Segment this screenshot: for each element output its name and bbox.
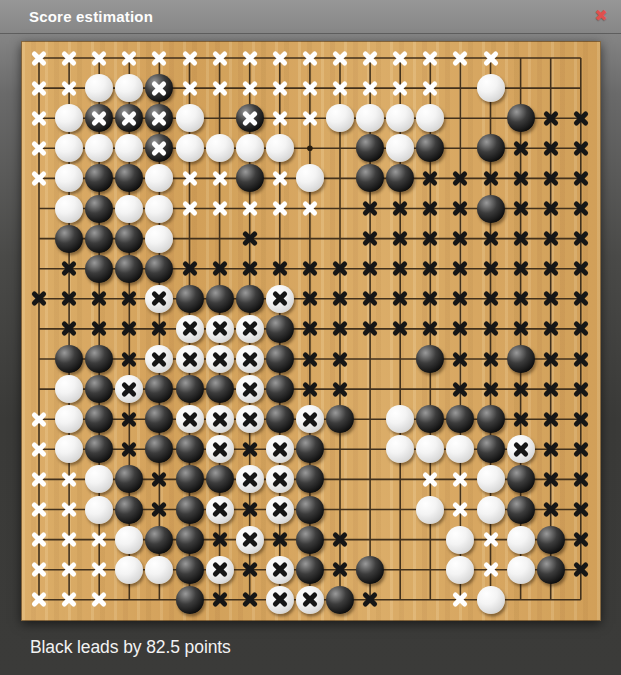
point-r13[interactable]: [506, 224, 536, 254]
point-k10[interactable]: [295, 314, 325, 344]
point-n15[interactable]: [385, 163, 415, 193]
point-b17[interactable]: [54, 103, 84, 133]
point-n18[interactable]: [385, 73, 415, 103]
point-e14[interactable]: [144, 194, 174, 224]
point-n13[interactable]: [385, 224, 415, 254]
point-e11[interactable]: [144, 284, 174, 314]
point-e7[interactable]: [144, 404, 174, 434]
point-r7[interactable]: [506, 404, 536, 434]
point-g7[interactable]: [205, 404, 235, 434]
point-d9[interactable]: [114, 344, 144, 374]
point-o5[interactable]: [415, 464, 445, 494]
point-f14[interactable]: [175, 194, 205, 224]
point-r11[interactable]: [506, 284, 536, 314]
point-m15[interactable]: [355, 163, 385, 193]
point-o19[interactable]: [415, 43, 445, 73]
point-s4[interactable]: [536, 495, 566, 525]
point-t15[interactable]: [566, 163, 596, 193]
point-d6[interactable]: [114, 434, 144, 464]
point-s14[interactable]: [536, 194, 566, 224]
point-l19[interactable]: [325, 43, 355, 73]
point-q3[interactable]: [476, 525, 506, 555]
point-j1[interactable]: [265, 585, 295, 615]
point-c16[interactable]: [84, 133, 114, 163]
point-l1[interactable]: [325, 585, 355, 615]
point-b19[interactable]: [54, 43, 84, 73]
point-r12[interactable]: [506, 254, 536, 284]
point-t3[interactable]: [566, 525, 596, 555]
point-a19[interactable]: [24, 43, 54, 73]
point-s6[interactable]: [536, 434, 566, 464]
point-f7[interactable]: [175, 404, 205, 434]
point-t10[interactable]: [566, 314, 596, 344]
point-j9[interactable]: [265, 344, 295, 374]
point-m12[interactable]: [355, 254, 385, 284]
point-d7[interactable]: [114, 404, 144, 434]
point-e5[interactable]: [144, 464, 174, 494]
point-b1[interactable]: [54, 585, 84, 615]
point-q4[interactable]: [476, 495, 506, 525]
point-b15[interactable]: [54, 163, 84, 193]
point-p19[interactable]: [445, 43, 475, 73]
point-m16[interactable]: [355, 133, 385, 163]
point-c5[interactable]: [84, 464, 114, 494]
point-k12[interactable]: [295, 254, 325, 284]
point-p15[interactable]: [445, 163, 475, 193]
point-f9[interactable]: [175, 344, 205, 374]
point-b10[interactable]: [54, 314, 84, 344]
point-f11[interactable]: [175, 284, 205, 314]
point-e3[interactable]: [144, 525, 174, 555]
point-j10[interactable]: [265, 314, 295, 344]
point-d12[interactable]: [114, 254, 144, 284]
point-b9[interactable]: [54, 344, 84, 374]
point-o11[interactable]: [415, 284, 445, 314]
point-d5[interactable]: [114, 464, 144, 494]
point-a11[interactable]: [24, 284, 54, 314]
point-n12[interactable]: [385, 254, 415, 284]
point-m18[interactable]: [355, 73, 385, 103]
point-h8[interactable]: [235, 374, 265, 404]
point-c6[interactable]: [84, 434, 114, 464]
point-a1[interactable]: [24, 585, 54, 615]
point-g10[interactable]: [205, 314, 235, 344]
point-q19[interactable]: [476, 43, 506, 73]
point-g11[interactable]: [205, 284, 235, 314]
point-s3[interactable]: [536, 525, 566, 555]
point-f17[interactable]: [175, 103, 205, 133]
point-e9[interactable]: [144, 344, 174, 374]
point-k11[interactable]: [295, 284, 325, 314]
point-f16[interactable]: [175, 133, 205, 163]
point-h9[interactable]: [235, 344, 265, 374]
point-r16[interactable]: [506, 133, 536, 163]
point-c19[interactable]: [84, 43, 114, 73]
point-o6[interactable]: [415, 434, 445, 464]
point-t6[interactable]: [566, 434, 596, 464]
point-n17[interactable]: [385, 103, 415, 133]
point-h5[interactable]: [235, 464, 265, 494]
point-q6[interactable]: [476, 434, 506, 464]
point-k4[interactable]: [295, 495, 325, 525]
point-p8[interactable]: [445, 374, 475, 404]
point-c13[interactable]: [84, 224, 114, 254]
point-q15[interactable]: [476, 163, 506, 193]
point-g3[interactable]: [205, 525, 235, 555]
point-n6[interactable]: [385, 434, 415, 464]
point-r4[interactable]: [506, 495, 536, 525]
point-e6[interactable]: [144, 434, 174, 464]
point-q14[interactable]: [476, 194, 506, 224]
point-j8[interactable]: [265, 374, 295, 404]
point-p6[interactable]: [445, 434, 475, 464]
point-h10[interactable]: [235, 314, 265, 344]
point-c14[interactable]: [84, 194, 114, 224]
point-q1[interactable]: [476, 585, 506, 615]
point-k7[interactable]: [295, 404, 325, 434]
point-s10[interactable]: [536, 314, 566, 344]
point-g5[interactable]: [205, 464, 235, 494]
point-h6[interactable]: [235, 434, 265, 464]
point-s5[interactable]: [536, 464, 566, 494]
point-c17[interactable]: [84, 103, 114, 133]
point-p7[interactable]: [445, 404, 475, 434]
point-o14[interactable]: [415, 194, 445, 224]
point-o12[interactable]: [415, 254, 445, 284]
point-e19[interactable]: [144, 43, 174, 73]
point-c18[interactable]: [84, 73, 114, 103]
point-t8[interactable]: [566, 374, 596, 404]
point-p2[interactable]: [445, 555, 475, 585]
close-button[interactable]: ✖: [589, 4, 613, 28]
point-m1[interactable]: [355, 585, 385, 615]
point-h3[interactable]: [235, 525, 265, 555]
point-k15[interactable]: [295, 163, 325, 193]
point-j14[interactable]: [265, 194, 295, 224]
point-f19[interactable]: [175, 43, 205, 73]
point-q10[interactable]: [476, 314, 506, 344]
point-g19[interactable]: [205, 43, 235, 73]
point-c10[interactable]: [84, 314, 114, 344]
point-d15[interactable]: [114, 163, 144, 193]
point-b16[interactable]: [54, 133, 84, 163]
point-b6[interactable]: [54, 434, 84, 464]
point-b14[interactable]: [54, 194, 84, 224]
point-e2[interactable]: [144, 555, 174, 585]
point-a6[interactable]: [24, 434, 54, 464]
point-e13[interactable]: [144, 224, 174, 254]
point-n11[interactable]: [385, 284, 415, 314]
point-n7[interactable]: [385, 404, 415, 434]
go-board[interactable]: [21, 41, 601, 621]
point-g6[interactable]: [205, 434, 235, 464]
point-j16[interactable]: [265, 133, 295, 163]
point-l7[interactable]: [325, 404, 355, 434]
point-q16[interactable]: [476, 133, 506, 163]
point-e15[interactable]: [144, 163, 174, 193]
point-g1[interactable]: [205, 585, 235, 615]
point-e12[interactable]: [144, 254, 174, 284]
point-o7[interactable]: [415, 404, 445, 434]
point-r15[interactable]: [506, 163, 536, 193]
point-r10[interactable]: [506, 314, 536, 344]
point-b2[interactable]: [54, 555, 84, 585]
point-a2[interactable]: [24, 555, 54, 585]
point-e17[interactable]: [144, 103, 174, 133]
point-d10[interactable]: [114, 314, 144, 344]
point-s16[interactable]: [536, 133, 566, 163]
point-a3[interactable]: [24, 525, 54, 555]
point-l2[interactable]: [325, 555, 355, 585]
point-b4[interactable]: [54, 495, 84, 525]
point-g18[interactable]: [205, 73, 235, 103]
point-b3[interactable]: [54, 525, 84, 555]
point-o16[interactable]: [415, 133, 445, 163]
point-t4[interactable]: [566, 495, 596, 525]
point-h17[interactable]: [235, 103, 265, 133]
point-s15[interactable]: [536, 163, 566, 193]
point-k5[interactable]: [295, 464, 325, 494]
point-j7[interactable]: [265, 404, 295, 434]
point-d16[interactable]: [114, 133, 144, 163]
point-s17[interactable]: [536, 103, 566, 133]
point-l18[interactable]: [325, 73, 355, 103]
point-j17[interactable]: [265, 103, 295, 133]
point-b5[interactable]: [54, 464, 84, 494]
point-h7[interactable]: [235, 404, 265, 434]
point-s9[interactable]: [536, 344, 566, 374]
point-h15[interactable]: [235, 163, 265, 193]
point-p9[interactable]: [445, 344, 475, 374]
point-s12[interactable]: [536, 254, 566, 284]
point-b12[interactable]: [54, 254, 84, 284]
point-d18[interactable]: [114, 73, 144, 103]
point-g2[interactable]: [205, 555, 235, 585]
point-d3[interactable]: [114, 525, 144, 555]
point-a17[interactable]: [24, 103, 54, 133]
point-b11[interactable]: [54, 284, 84, 314]
point-c7[interactable]: [84, 404, 114, 434]
point-c8[interactable]: [84, 374, 114, 404]
point-c2[interactable]: [84, 555, 114, 585]
point-a7[interactable]: [24, 404, 54, 434]
point-d11[interactable]: [114, 284, 144, 314]
point-g12[interactable]: [205, 254, 235, 284]
point-h4[interactable]: [235, 495, 265, 525]
point-t9[interactable]: [566, 344, 596, 374]
point-f12[interactable]: [175, 254, 205, 284]
point-p13[interactable]: [445, 224, 475, 254]
point-f5[interactable]: [175, 464, 205, 494]
point-o4[interactable]: [415, 495, 445, 525]
point-k18[interactable]: [295, 73, 325, 103]
point-t2[interactable]: [566, 555, 596, 585]
point-e4[interactable]: [144, 495, 174, 525]
point-o13[interactable]: [415, 224, 445, 254]
point-k2[interactable]: [295, 555, 325, 585]
point-m19[interactable]: [355, 43, 385, 73]
point-g8[interactable]: [205, 374, 235, 404]
point-f6[interactable]: [175, 434, 205, 464]
point-c1[interactable]: [84, 585, 114, 615]
point-h13[interactable]: [235, 224, 265, 254]
point-o9[interactable]: [415, 344, 445, 374]
point-p3[interactable]: [445, 525, 475, 555]
point-t12[interactable]: [566, 254, 596, 284]
point-d17[interactable]: [114, 103, 144, 133]
point-l17[interactable]: [325, 103, 355, 133]
point-f18[interactable]: [175, 73, 205, 103]
point-j6[interactable]: [265, 434, 295, 464]
point-j3[interactable]: [265, 525, 295, 555]
point-a4[interactable]: [24, 495, 54, 525]
point-e10[interactable]: [144, 314, 174, 344]
point-a15[interactable]: [24, 163, 54, 193]
point-q8[interactable]: [476, 374, 506, 404]
point-n14[interactable]: [385, 194, 415, 224]
point-l12[interactable]: [325, 254, 355, 284]
point-q2[interactable]: [476, 555, 506, 585]
point-k1[interactable]: [295, 585, 325, 615]
point-f15[interactable]: [175, 163, 205, 193]
point-r3[interactable]: [506, 525, 536, 555]
point-s8[interactable]: [536, 374, 566, 404]
point-m14[interactable]: [355, 194, 385, 224]
point-m13[interactable]: [355, 224, 385, 254]
point-e8[interactable]: [144, 374, 174, 404]
point-f8[interactable]: [175, 374, 205, 404]
point-t14[interactable]: [566, 194, 596, 224]
point-j11[interactable]: [265, 284, 295, 314]
point-p1[interactable]: [445, 585, 475, 615]
point-g9[interactable]: [205, 344, 235, 374]
point-l3[interactable]: [325, 525, 355, 555]
point-h18[interactable]: [235, 73, 265, 103]
point-o10[interactable]: [415, 314, 445, 344]
point-c12[interactable]: [84, 254, 114, 284]
point-d19[interactable]: [114, 43, 144, 73]
point-k17[interactable]: [295, 103, 325, 133]
point-f2[interactable]: [175, 555, 205, 585]
point-f3[interactable]: [175, 525, 205, 555]
point-j15[interactable]: [265, 163, 295, 193]
point-q11[interactable]: [476, 284, 506, 314]
point-j19[interactable]: [265, 43, 295, 73]
point-m2[interactable]: [355, 555, 385, 585]
point-d14[interactable]: [114, 194, 144, 224]
point-p11[interactable]: [445, 284, 475, 314]
point-n16[interactable]: [385, 133, 415, 163]
point-o17[interactable]: [415, 103, 445, 133]
point-j18[interactable]: [265, 73, 295, 103]
point-o18[interactable]: [415, 73, 445, 103]
point-c11[interactable]: [84, 284, 114, 314]
point-d13[interactable]: [114, 224, 144, 254]
point-k6[interactable]: [295, 434, 325, 464]
point-q9[interactable]: [476, 344, 506, 374]
point-l10[interactable]: [325, 314, 355, 344]
point-r2[interactable]: [506, 555, 536, 585]
point-h19[interactable]: [235, 43, 265, 73]
point-q13[interactable]: [476, 224, 506, 254]
point-s11[interactable]: [536, 284, 566, 314]
point-n19[interactable]: [385, 43, 415, 73]
point-a18[interactable]: [24, 73, 54, 103]
point-t7[interactable]: [566, 404, 596, 434]
point-p12[interactable]: [445, 254, 475, 284]
point-t5[interactable]: [566, 464, 596, 494]
point-f4[interactable]: [175, 495, 205, 525]
point-g16[interactable]: [205, 133, 235, 163]
point-k14[interactable]: [295, 194, 325, 224]
point-m17[interactable]: [355, 103, 385, 133]
point-k9[interactable]: [295, 344, 325, 374]
point-s13[interactable]: [536, 224, 566, 254]
point-r17[interactable]: [506, 103, 536, 133]
point-g14[interactable]: [205, 194, 235, 224]
point-e16[interactable]: [144, 133, 174, 163]
point-q18[interactable]: [476, 73, 506, 103]
point-p14[interactable]: [445, 194, 475, 224]
point-c15[interactable]: [84, 163, 114, 193]
point-p10[interactable]: [445, 314, 475, 344]
point-d4[interactable]: [114, 495, 144, 525]
point-j4[interactable]: [265, 495, 295, 525]
point-q5[interactable]: [476, 464, 506, 494]
point-t17[interactable]: [566, 103, 596, 133]
point-q12[interactable]: [476, 254, 506, 284]
point-b13[interactable]: [54, 224, 84, 254]
point-r14[interactable]: [506, 194, 536, 224]
point-s2[interactable]: [536, 555, 566, 585]
point-m11[interactable]: [355, 284, 385, 314]
point-p4[interactable]: [445, 495, 475, 525]
point-b18[interactable]: [54, 73, 84, 103]
point-h14[interactable]: [235, 194, 265, 224]
point-d8[interactable]: [114, 374, 144, 404]
point-r9[interactable]: [506, 344, 536, 374]
point-t16[interactable]: [566, 133, 596, 163]
point-q7[interactable]: [476, 404, 506, 434]
point-k19[interactable]: [295, 43, 325, 73]
point-s7[interactable]: [536, 404, 566, 434]
point-c4[interactable]: [84, 495, 114, 525]
point-m10[interactable]: [355, 314, 385, 344]
point-k8[interactable]: [295, 374, 325, 404]
point-c3[interactable]: [84, 525, 114, 555]
point-r8[interactable]: [506, 374, 536, 404]
point-b8[interactable]: [54, 374, 84, 404]
point-r5[interactable]: [506, 464, 536, 494]
point-d2[interactable]: [114, 555, 144, 585]
point-f10[interactable]: [175, 314, 205, 344]
point-p5[interactable]: [445, 464, 475, 494]
point-h12[interactable]: [235, 254, 265, 284]
point-b7[interactable]: [54, 404, 84, 434]
point-h2[interactable]: [235, 555, 265, 585]
point-l8[interactable]: [325, 374, 355, 404]
point-l11[interactable]: [325, 284, 355, 314]
point-t11[interactable]: [566, 284, 596, 314]
point-h16[interactable]: [235, 133, 265, 163]
point-n10[interactable]: [385, 314, 415, 344]
point-j5[interactable]: [265, 464, 295, 494]
point-o15[interactable]: [415, 163, 445, 193]
point-h1[interactable]: [235, 585, 265, 615]
point-c9[interactable]: [84, 344, 114, 374]
point-f1[interactable]: [175, 585, 205, 615]
point-r6[interactable]: [506, 434, 536, 464]
